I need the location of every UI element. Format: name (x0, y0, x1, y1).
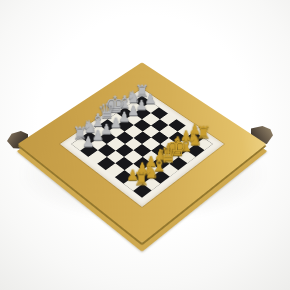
chess-set-product-photo: ♜♞♝♛♚♝♞♜♟♟♟♟♟♟♟♟♟♟♟♟♟♟♟♟♜♞♝♛♚♝♞♜ (0, 0, 290, 290)
board-3d-scene: ♜♞♝♛♚♝♞♜♟♟♟♟♟♟♟♟♟♟♟♟♟♟♟♟♜♞♝♛♚♝♞♜ (54, 56, 230, 232)
board-3d: ♜♞♝♛♚♝♞♜♟♟♟♟♟♟♟♟♟♟♟♟♟♟♟♟♜♞♝♛♚♝♞♜ (18, 62, 267, 243)
